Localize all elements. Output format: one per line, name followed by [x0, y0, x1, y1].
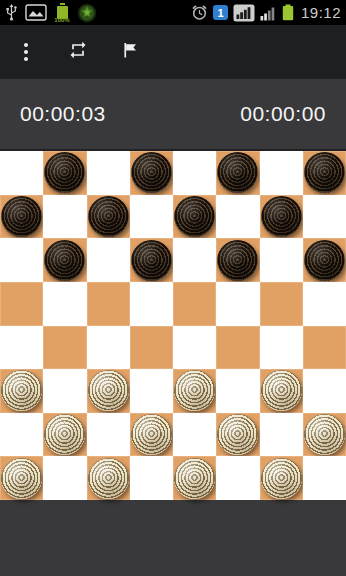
- overflow-menu-icon: [24, 43, 28, 61]
- alarm-clock-icon: [191, 4, 208, 21]
- dark-checker-piece[interactable]: [88, 196, 129, 237]
- square-r6c2[interactable]: [43, 369, 86, 413]
- square-r7c8[interactable]: [303, 413, 346, 457]
- square-r2c7[interactable]: [260, 195, 303, 239]
- app-screen: 100% 1: [0, 0, 346, 576]
- square-r2c3[interactable]: [87, 195, 130, 239]
- status-bar: 100% 1: [0, 0, 346, 25]
- dark-checker-piece[interactable]: [44, 240, 85, 281]
- square-r5c4[interactable]: [130, 326, 173, 370]
- square-r8c2[interactable]: [43, 456, 86, 500]
- square-r3c1[interactable]: [0, 238, 43, 282]
- square-r6c3[interactable]: [87, 369, 130, 413]
- checkers-board[interactable]: [0, 151, 346, 500]
- dark-checker-piece[interactable]: [304, 240, 345, 281]
- square-r1c3[interactable]: [87, 151, 130, 195]
- square-r7c4[interactable]: [130, 413, 173, 457]
- square-r4c3[interactable]: [87, 282, 130, 326]
- battery-100-icon: 100%: [54, 3, 70, 23]
- square-r1c7[interactable]: [260, 151, 303, 195]
- square-r7c5[interactable]: [173, 413, 216, 457]
- square-r8c7[interactable]: [260, 456, 303, 500]
- dark-checker-piece[interactable]: [131, 240, 172, 281]
- square-r4c1[interactable]: [0, 282, 43, 326]
- battery-icon: [282, 4, 294, 21]
- square-r6c4[interactable]: [130, 369, 173, 413]
- square-r4c7[interactable]: [260, 282, 303, 326]
- notification-badge: 1: [213, 5, 228, 20]
- dark-checker-piece[interactable]: [261, 196, 302, 237]
- left-player-clock: 00:00:03: [20, 102, 106, 126]
- square-r5c6[interactable]: [216, 326, 259, 370]
- square-r5c5[interactable]: [173, 326, 216, 370]
- battery-nub: [60, 3, 65, 5]
- square-r3c8[interactable]: [303, 238, 346, 282]
- square-r6c1[interactable]: [0, 369, 43, 413]
- square-r5c2[interactable]: [43, 326, 86, 370]
- square-r7c3[interactable]: [87, 413, 130, 457]
- dark-checker-piece[interactable]: [131, 152, 172, 193]
- square-r6c8[interactable]: [303, 369, 346, 413]
- square-r4c5[interactable]: [173, 282, 216, 326]
- flag-button[interactable]: [104, 25, 156, 79]
- bottom-panel: [0, 500, 346, 574]
- dark-checker-piece[interactable]: [217, 152, 258, 193]
- clock-time: 19:12: [299, 4, 341, 21]
- light-checker-piece[interactable]: [174, 370, 215, 411]
- square-r8c1[interactable]: [0, 456, 43, 500]
- square-r6c6[interactable]: [216, 369, 259, 413]
- light-checker-piece[interactable]: [174, 458, 215, 499]
- usb-icon: [5, 4, 18, 21]
- square-r8c8[interactable]: [303, 456, 346, 500]
- square-r8c6[interactable]: [216, 456, 259, 500]
- light-checker-piece[interactable]: [88, 370, 129, 411]
- square-r3c3[interactable]: [87, 238, 130, 282]
- square-r8c5[interactable]: [173, 456, 216, 500]
- light-checker-piece[interactable]: [304, 414, 345, 455]
- square-r6c7[interactable]: [260, 369, 303, 413]
- mobile-data-icon: [233, 4, 255, 22]
- timer-bar: 00:00:03 00:00:00: [0, 79, 346, 151]
- battery-percent-label: 100%: [54, 17, 69, 23]
- square-r1c2[interactable]: [43, 151, 86, 195]
- light-checker-piece[interactable]: [217, 414, 258, 455]
- square-r2c1[interactable]: [0, 195, 43, 239]
- square-r1c5[interactable]: [173, 151, 216, 195]
- signal-strength-icon: [260, 5, 277, 21]
- light-checker-piece[interactable]: [1, 370, 42, 411]
- square-r3c2[interactable]: [43, 238, 86, 282]
- square-r6c5[interactable]: [173, 369, 216, 413]
- notification-count: 1: [217, 7, 223, 19]
- square-r1c8[interactable]: [303, 151, 346, 195]
- light-checker-piece[interactable]: [1, 458, 42, 499]
- square-r3c4[interactable]: [130, 238, 173, 282]
- dark-checker-piece[interactable]: [304, 152, 345, 193]
- square-r2c8[interactable]: [303, 195, 346, 239]
- square-r4c2[interactable]: [43, 282, 86, 326]
- square-r4c4[interactable]: [130, 282, 173, 326]
- square-r2c2[interactable]: [43, 195, 86, 239]
- square-r1c4[interactable]: [130, 151, 173, 195]
- square-r8c3[interactable]: [87, 456, 130, 500]
- square-r5c7[interactable]: [260, 326, 303, 370]
- square-r3c6[interactable]: [216, 238, 259, 282]
- restart-game-button[interactable]: [52, 25, 104, 79]
- square-r8c4[interactable]: [130, 456, 173, 500]
- square-r7c1[interactable]: [0, 413, 43, 457]
- square-r4c8[interactable]: [303, 282, 346, 326]
- dark-checker-piece[interactable]: [217, 240, 258, 281]
- light-checker-piece[interactable]: [131, 414, 172, 455]
- square-r2c4[interactable]: [130, 195, 173, 239]
- light-checker-piece[interactable]: [261, 370, 302, 411]
- square-r5c1[interactable]: [0, 326, 43, 370]
- square-r1c1[interactable]: [0, 151, 43, 195]
- antivirus-badge-icon: [77, 3, 97, 23]
- square-r1c6[interactable]: [216, 151, 259, 195]
- repeat-icon: [68, 40, 88, 64]
- square-r7c6[interactable]: [216, 413, 259, 457]
- square-r5c3[interactable]: [87, 326, 130, 370]
- dark-checker-piece[interactable]: [174, 196, 215, 237]
- square-r5c8[interactable]: [303, 326, 346, 370]
- light-checker-piece[interactable]: [44, 414, 85, 455]
- square-r2c5[interactable]: [173, 195, 216, 239]
- right-player-clock: 00:00:00: [240, 102, 326, 126]
- light-checker-piece[interactable]: [88, 458, 129, 499]
- overflow-menu-button[interactable]: [0, 25, 52, 79]
- flag-icon: [121, 41, 139, 63]
- square-r3c5[interactable]: [173, 238, 216, 282]
- square-r4c6[interactable]: [216, 282, 259, 326]
- light-checker-piece[interactable]: [261, 458, 302, 499]
- square-r7c2[interactable]: [43, 413, 86, 457]
- square-r3c7[interactable]: [260, 238, 303, 282]
- dark-checker-piece[interactable]: [44, 152, 85, 193]
- dark-checker-piece[interactable]: [1, 196, 42, 237]
- square-r7c7[interactable]: [260, 413, 303, 457]
- gallery-icon: [25, 4, 47, 21]
- square-r2c6[interactable]: [216, 195, 259, 239]
- action-bar: [0, 25, 346, 79]
